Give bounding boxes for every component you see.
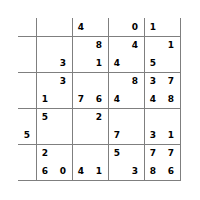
cell-r6c9[interactable] [162,108,180,126]
grid-line-vertical-5 [180,18,181,181]
cell-r4c5[interactable] [90,72,108,90]
cell-r4c1[interactable] [18,72,36,90]
cell-r9c2[interactable]: 6 [36,162,54,180]
cell-r5c7[interactable] [126,90,144,108]
cell-r3c6[interactable]: 4 [108,54,126,72]
cell-r9c1[interactable] [18,162,36,180]
cell-r7c7[interactable] [126,126,144,144]
cell-r7c2[interactable] [36,126,54,144]
cell-r2c1[interactable] [18,36,36,54]
cell-r1c2[interactable] [36,18,54,36]
cell-r3c7[interactable] [126,54,144,72]
cell-r7c4[interactable] [72,126,90,144]
cell-r6c4[interactable] [72,108,90,126]
cell-r9c7[interactable]: 3 [126,162,144,180]
cell-r9c5[interactable]: 1 [90,162,108,180]
cell-r4c7[interactable]: 8 [126,72,144,90]
cell-r4c8[interactable]: 3 [144,72,162,90]
cell-r7c5[interactable] [90,126,108,144]
cell-r4c9[interactable]: 7 [162,72,180,90]
cell-r8c7[interactable] [126,144,144,162]
cell-r2c9[interactable]: 1 [162,36,180,54]
cell-r7c6[interactable]: 7 [108,126,126,144]
cell-r6c7[interactable] [126,108,144,126]
cell-r2c8[interactable] [144,36,162,54]
cell-r5c3[interactable] [54,90,72,108]
cell-r8c6[interactable]: 5 [108,144,126,162]
cell-r8c8[interactable]: 7 [144,144,162,162]
cell-r6c2[interactable]: 5 [36,108,54,126]
cell-r7c3[interactable] [54,126,72,144]
cell-r2c3[interactable] [54,36,72,54]
cell-r8c4[interactable] [72,144,90,162]
cell-r5c8[interactable]: 4 [144,90,162,108]
cell-r2c2[interactable] [36,36,54,54]
cell-r9c6[interactable] [108,162,126,180]
cell-r3c2[interactable] [36,54,54,72]
cell-r7c9[interactable]: 1 [162,126,180,144]
cell-r2c6[interactable] [108,36,126,54]
cell-r5c9[interactable]: 8 [162,90,180,108]
cell-r8c1[interactable] [18,144,36,162]
cell-r3c3[interactable]: 3 [54,54,72,72]
cell-r5c4[interactable]: 7 [72,90,90,108]
cell-r8c3[interactable] [54,144,72,162]
cell-r1c6[interactable] [108,18,126,36]
cell-r4c2[interactable] [36,72,54,90]
cell-r3c4[interactable] [72,54,90,72]
cell-r5c2[interactable]: 1 [36,90,54,108]
cell-r6c6[interactable] [108,108,126,126]
cell-r5c6[interactable]: 4 [108,90,126,108]
cell-r1c9[interactable] [162,18,180,36]
cell-r7c1[interactable]: 5 [18,126,36,144]
cell-r8c9[interactable]: 7 [162,144,180,162]
cell-r6c3[interactable] [54,108,72,126]
cell-r2c5[interactable]: 8 [90,36,108,54]
cell-r6c8[interactable] [144,108,162,126]
cell-r6c1[interactable] [18,108,36,126]
cell-r8c5[interactable] [90,144,108,162]
cell-r3c9[interactable] [162,54,180,72]
cell-r9c9[interactable]: 6 [162,162,180,180]
cell-r9c3[interactable]: 0 [54,162,72,180]
cell-r1c1[interactable] [18,18,36,36]
cell-r1c4[interactable]: 4 [72,18,90,36]
cell-r5c1[interactable] [18,90,36,108]
cell-r9c4[interactable]: 4 [72,162,90,180]
cell-r4c3[interactable]: 3 [54,72,72,90]
cell-r1c5[interactable] [90,18,108,36]
cell-r3c1[interactable] [18,54,36,72]
cell-r4c4[interactable] [72,72,90,90]
cell-r8c2[interactable]: 2 [36,144,54,162]
cell-r4c6[interactable] [108,72,126,90]
cell-r1c3[interactable] [54,18,72,36]
cell-r1c7[interactable]: 0 [126,18,144,36]
grid-line-horizontal-5 [18,180,181,181]
cell-r3c5[interactable]: 1 [90,54,108,72]
sudoku-board: 4018413145383717644852573125776041386 [18,18,180,180]
cell-r6c5[interactable]: 2 [90,108,108,126]
cell-r2c4[interactable] [72,36,90,54]
cell-r1c8[interactable]: 1 [144,18,162,36]
cell-r7c8[interactable]: 3 [144,126,162,144]
cell-r9c8[interactable]: 8 [144,162,162,180]
cell-r2c7[interactable]: 4 [126,36,144,54]
cell-r3c8[interactable]: 5 [144,54,162,72]
cell-r5c5[interactable]: 6 [90,90,108,108]
